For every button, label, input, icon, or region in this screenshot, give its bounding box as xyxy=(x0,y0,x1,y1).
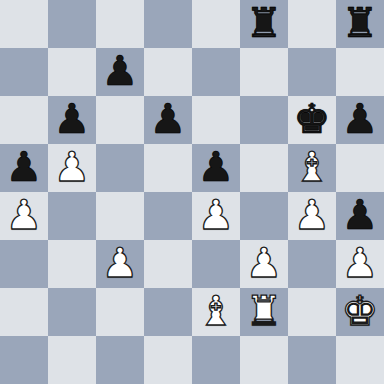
white-pawn-piece[interactable]: ♟ xyxy=(294,191,331,239)
square-b2[interactable] xyxy=(48,288,96,336)
black-rook-piece[interactable]: ♜ xyxy=(342,0,379,47)
square-f8[interactable]: ♜ xyxy=(240,0,288,48)
square-e5[interactable]: ♟ xyxy=(192,144,240,192)
black-pawn-piece[interactable]: ♟ xyxy=(6,143,43,191)
square-d5[interactable] xyxy=(144,144,192,192)
square-e1[interactable] xyxy=(192,336,240,384)
square-h6[interactable]: ♟ xyxy=(336,96,384,144)
black-pawn-piece[interactable]: ♟ xyxy=(342,191,379,239)
square-c4[interactable] xyxy=(96,192,144,240)
square-d8[interactable] xyxy=(144,0,192,48)
square-e7[interactable] xyxy=(192,48,240,96)
square-h1[interactable] xyxy=(336,336,384,384)
square-h5[interactable] xyxy=(336,144,384,192)
square-f1[interactable] xyxy=(240,336,288,384)
square-b3[interactable] xyxy=(48,240,96,288)
square-b4[interactable] xyxy=(48,192,96,240)
square-a1[interactable] xyxy=(0,336,48,384)
square-h4[interactable]: ♟ xyxy=(336,192,384,240)
square-a7[interactable] xyxy=(0,48,48,96)
square-h7[interactable] xyxy=(336,48,384,96)
white-rook-piece[interactable]: ♜ xyxy=(246,287,283,335)
square-c8[interactable] xyxy=(96,0,144,48)
square-a2[interactable] xyxy=(0,288,48,336)
square-g4[interactable]: ♟ xyxy=(288,192,336,240)
square-a8[interactable] xyxy=(0,0,48,48)
square-g1[interactable] xyxy=(288,336,336,384)
square-f4[interactable] xyxy=(240,192,288,240)
square-b8[interactable] xyxy=(48,0,96,48)
black-rook-piece[interactable]: ♜ xyxy=(246,0,283,47)
square-d7[interactable] xyxy=(144,48,192,96)
square-e8[interactable] xyxy=(192,0,240,48)
square-f7[interactable] xyxy=(240,48,288,96)
square-a3[interactable] xyxy=(0,240,48,288)
white-pawn-piece[interactable]: ♟ xyxy=(246,239,283,287)
white-bishop-piece[interactable]: ♝ xyxy=(198,287,235,335)
square-b5[interactable]: ♟ xyxy=(48,144,96,192)
black-king-piece[interactable]: ♚ xyxy=(294,95,331,143)
square-g2[interactable] xyxy=(288,288,336,336)
white-pawn-piece[interactable]: ♟ xyxy=(342,239,379,287)
square-c5[interactable] xyxy=(96,144,144,192)
square-f5[interactable] xyxy=(240,144,288,192)
square-c1[interactable] xyxy=(96,336,144,384)
square-d1[interactable] xyxy=(144,336,192,384)
square-g3[interactable] xyxy=(288,240,336,288)
white-bishop-piece[interactable]: ♝ xyxy=(294,143,331,191)
black-pawn-piece[interactable]: ♟ xyxy=(54,95,91,143)
black-pawn-piece[interactable]: ♟ xyxy=(198,143,235,191)
square-b7[interactable] xyxy=(48,48,96,96)
square-h8[interactable]: ♜ xyxy=(336,0,384,48)
white-pawn-piece[interactable]: ♟ xyxy=(102,239,139,287)
square-e4[interactable]: ♟ xyxy=(192,192,240,240)
square-c6[interactable] xyxy=(96,96,144,144)
chess-board: ♜♜♟♟♟♚♟♟♟♟♝♟♟♟♟♟♟♟♝♜♚ xyxy=(0,0,384,384)
black-pawn-piece[interactable]: ♟ xyxy=(150,95,187,143)
square-h2[interactable]: ♚ xyxy=(336,288,384,336)
white-pawn-piece[interactable]: ♟ xyxy=(6,191,43,239)
square-a5[interactable]: ♟ xyxy=(0,144,48,192)
square-a6[interactable] xyxy=(0,96,48,144)
square-g7[interactable] xyxy=(288,48,336,96)
square-e3[interactable] xyxy=(192,240,240,288)
white-pawn-piece[interactable]: ♟ xyxy=(198,191,235,239)
square-c3[interactable]: ♟ xyxy=(96,240,144,288)
square-d6[interactable]: ♟ xyxy=(144,96,192,144)
square-d3[interactable] xyxy=(144,240,192,288)
square-e6[interactable] xyxy=(192,96,240,144)
square-b6[interactable]: ♟ xyxy=(48,96,96,144)
square-a4[interactable]: ♟ xyxy=(0,192,48,240)
square-e2[interactable]: ♝ xyxy=(192,288,240,336)
square-g8[interactable] xyxy=(288,0,336,48)
square-d2[interactable] xyxy=(144,288,192,336)
square-b1[interactable] xyxy=(48,336,96,384)
black-pawn-piece[interactable]: ♟ xyxy=(342,95,379,143)
square-f6[interactable] xyxy=(240,96,288,144)
white-king-piece[interactable]: ♚ xyxy=(342,287,379,335)
square-h3[interactable]: ♟ xyxy=(336,240,384,288)
square-g5[interactable]: ♝ xyxy=(288,144,336,192)
square-f3[interactable]: ♟ xyxy=(240,240,288,288)
square-g6[interactable]: ♚ xyxy=(288,96,336,144)
square-d4[interactable] xyxy=(144,192,192,240)
square-f2[interactable]: ♜ xyxy=(240,288,288,336)
black-pawn-piece[interactable]: ♟ xyxy=(102,47,139,95)
white-pawn-piece[interactable]: ♟ xyxy=(54,143,91,191)
square-c7[interactable]: ♟ xyxy=(96,48,144,96)
square-c2[interactable] xyxy=(96,288,144,336)
